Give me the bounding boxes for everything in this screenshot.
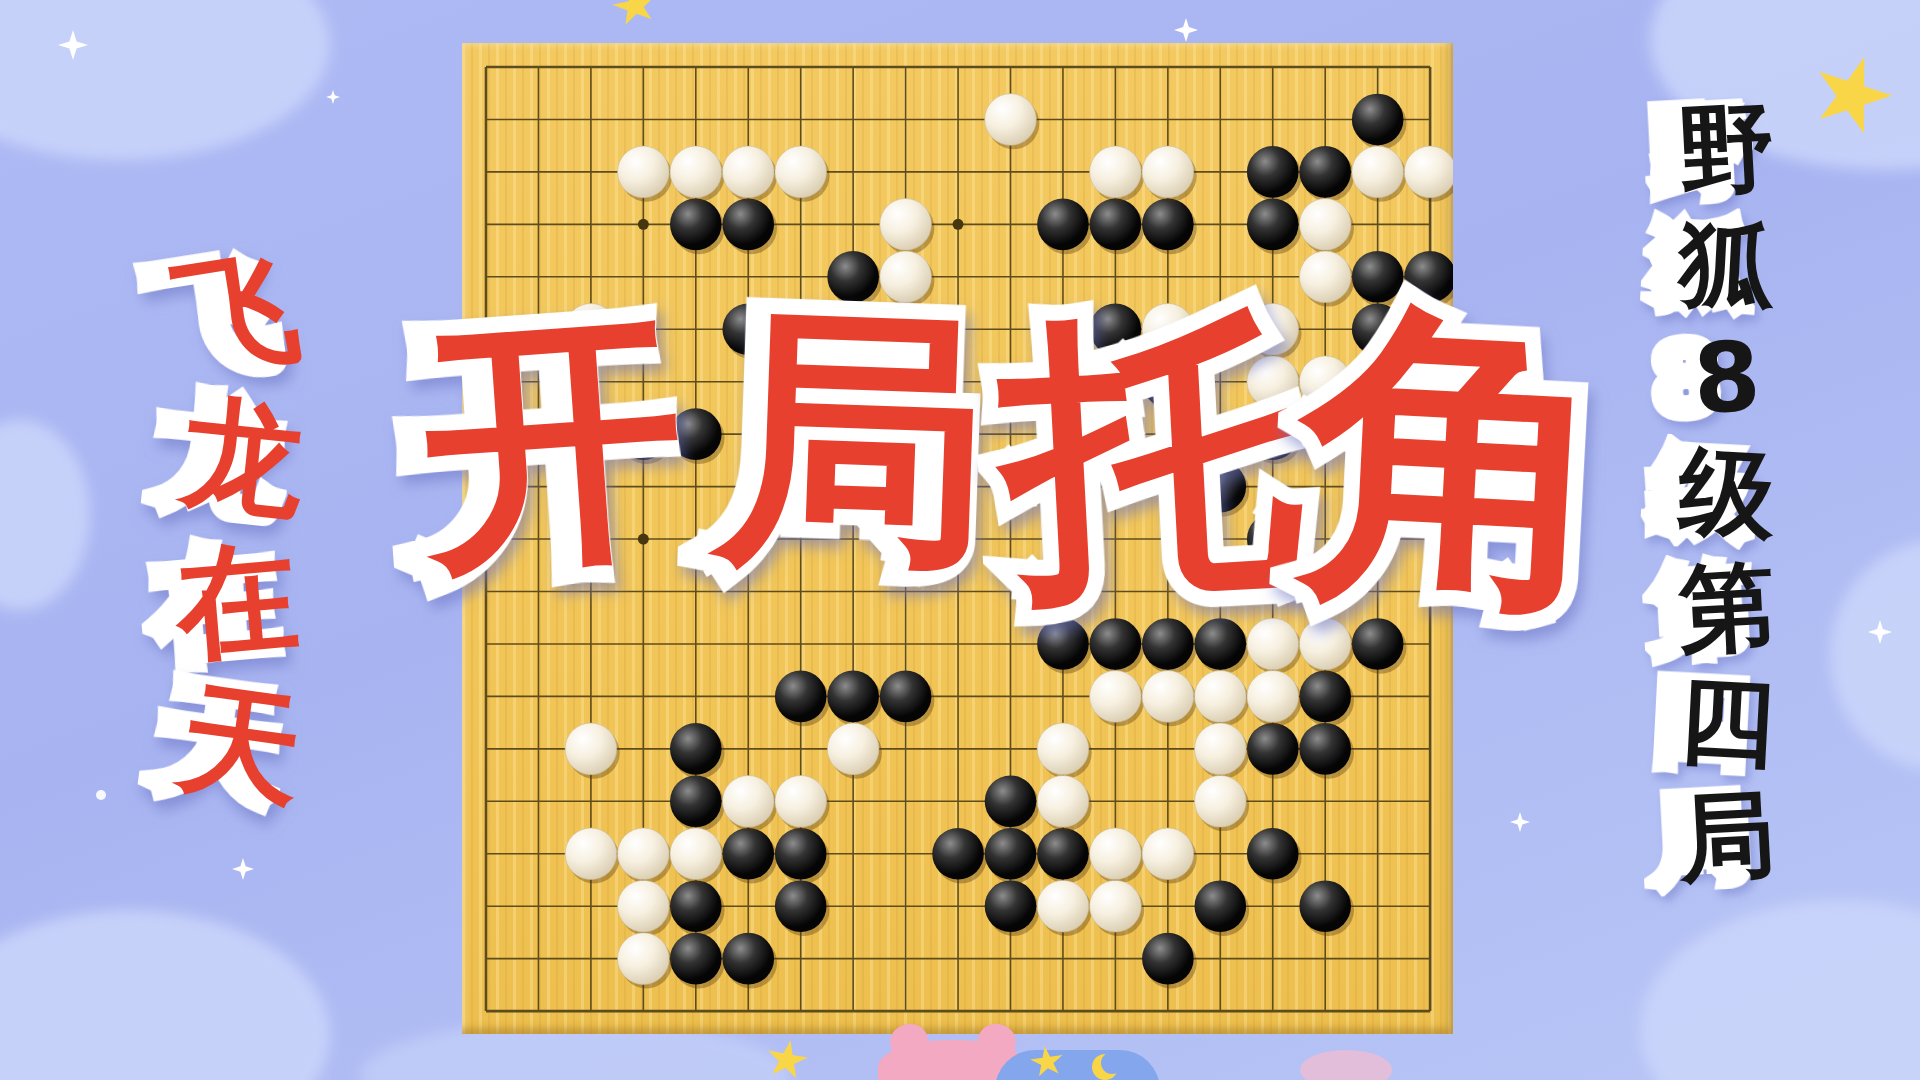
right-caption: 野 狐 8 级 第 四 局 bbox=[1652, 98, 1802, 890]
star-icon bbox=[608, 0, 661, 30]
white-stone bbox=[618, 880, 670, 932]
black-stone bbox=[670, 933, 722, 985]
black-stone bbox=[722, 828, 774, 880]
white-stone bbox=[565, 828, 617, 880]
black-stone bbox=[775, 671, 827, 723]
left-caption-char: 飞 bbox=[143, 236, 332, 393]
cloud bbox=[0, 0, 330, 160]
white-stone bbox=[618, 146, 670, 198]
black-stone bbox=[722, 933, 774, 985]
cloud bbox=[0, 420, 90, 610]
title-char: 开 bbox=[397, 292, 712, 651]
white-stone bbox=[827, 723, 879, 775]
white-stone bbox=[1090, 828, 1142, 880]
right-caption-char: 第 bbox=[1649, 553, 1804, 664]
right-caption-char: 四 bbox=[1649, 668, 1804, 779]
sparkle-icon bbox=[232, 858, 254, 880]
black-stone bbox=[1247, 828, 1299, 880]
title-char: 角 bbox=[1294, 281, 1603, 635]
sparkle-icon bbox=[326, 90, 340, 104]
black-stone bbox=[1195, 880, 1247, 932]
pig-figure bbox=[1300, 1050, 1392, 1080]
star-point bbox=[953, 219, 964, 230]
black-stone bbox=[932, 828, 984, 880]
white-stone bbox=[618, 933, 670, 985]
white-stone bbox=[618, 828, 670, 880]
black-stone bbox=[670, 776, 722, 828]
black-stone bbox=[1037, 199, 1089, 251]
left-caption-char: 天 bbox=[148, 669, 335, 823]
white-stone bbox=[1195, 776, 1247, 828]
white-stone bbox=[1195, 723, 1247, 775]
left-caption-char: 在 bbox=[147, 528, 328, 674]
black-stone bbox=[1299, 671, 1351, 723]
black-stone bbox=[1247, 146, 1299, 198]
white-stone bbox=[880, 199, 932, 251]
black-stone bbox=[775, 880, 827, 932]
black-stone bbox=[1142, 199, 1194, 251]
black-stone bbox=[670, 723, 722, 775]
right-caption-char: 狐 bbox=[1649, 209, 1804, 320]
black-stone bbox=[985, 776, 1037, 828]
white-stone bbox=[985, 94, 1037, 146]
white-stone bbox=[1037, 880, 1089, 932]
blanket-cloud bbox=[995, 1050, 1160, 1080]
sparkle-icon bbox=[1510, 812, 1530, 832]
black-stone bbox=[1299, 880, 1351, 932]
black-stone bbox=[827, 671, 879, 723]
title-char: 托 bbox=[996, 291, 1305, 645]
white-stone bbox=[1037, 776, 1089, 828]
left-caption-char: 龙 bbox=[152, 384, 335, 533]
white-stone bbox=[722, 776, 774, 828]
white-stone bbox=[775, 776, 827, 828]
white-stone bbox=[775, 146, 827, 198]
white-stone bbox=[1090, 146, 1142, 198]
white-stone bbox=[1142, 146, 1194, 198]
white-stone bbox=[1352, 146, 1404, 198]
white-stone bbox=[1404, 146, 1453, 198]
sparkle-icon bbox=[1174, 18, 1198, 42]
black-stone bbox=[670, 880, 722, 932]
white-stone bbox=[1247, 671, 1299, 723]
right-caption-char: 8 bbox=[1649, 323, 1804, 434]
cloud bbox=[1830, 540, 1920, 770]
white-stone bbox=[1037, 723, 1089, 775]
right-caption-char: 级 bbox=[1649, 438, 1804, 549]
right-caption-char: 局 bbox=[1649, 782, 1804, 893]
white-stone bbox=[1090, 880, 1142, 932]
white-stone bbox=[1195, 671, 1247, 723]
black-stone bbox=[1299, 723, 1351, 775]
black-stone bbox=[1037, 828, 1089, 880]
thumbnail: 开 局 托 角 飞 龙 在 天 野 狐 8 级 第 四 局 bbox=[0, 0, 1920, 1080]
black-stone bbox=[775, 828, 827, 880]
cloud bbox=[1640, 900, 1920, 1080]
page-title: 开 局 托 角 bbox=[408, 292, 1594, 631]
white-stone bbox=[670, 828, 722, 880]
black-stone bbox=[670, 199, 722, 251]
title-char: 局 bbox=[700, 289, 1004, 638]
black-stone bbox=[1247, 723, 1299, 775]
black-stone bbox=[1090, 199, 1142, 251]
black-stone bbox=[722, 199, 774, 251]
white-stone bbox=[565, 723, 617, 775]
black-stone bbox=[985, 880, 1037, 932]
white-stone bbox=[670, 146, 722, 198]
white-stone bbox=[722, 146, 774, 198]
star-point bbox=[638, 219, 649, 230]
white-stone bbox=[1142, 828, 1194, 880]
moon-icon bbox=[1092, 1054, 1118, 1080]
white-stone bbox=[1142, 671, 1194, 723]
black-stone bbox=[1352, 94, 1404, 146]
sparkle-icon bbox=[96, 790, 106, 800]
black-stone bbox=[1299, 146, 1351, 198]
cloud bbox=[0, 910, 330, 1080]
black-stone bbox=[1142, 933, 1194, 985]
left-caption: 飞 龙 在 天 bbox=[152, 248, 322, 811]
white-stone bbox=[1299, 199, 1351, 251]
black-stone bbox=[880, 671, 932, 723]
right-caption-char: 野 bbox=[1649, 94, 1804, 205]
black-stone bbox=[1247, 199, 1299, 251]
white-stone bbox=[1090, 671, 1142, 723]
black-stone bbox=[985, 828, 1037, 880]
